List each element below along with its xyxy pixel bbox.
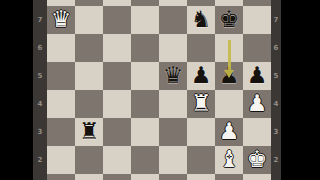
square-b4[interactable] — [75, 90, 103, 118]
piece-white-queen-a7[interactable]: ♛ — [47, 6, 75, 34]
piece-white-rook-f4[interactable]: ♜ — [187, 90, 215, 118]
square-d1[interactable] — [131, 174, 159, 180]
rank-label-right-5: 5 — [271, 73, 281, 80]
piece-black-king-g7[interactable]: ♚ — [215, 6, 243, 34]
left-rank-label-strip: 765432 — [33, 0, 47, 180]
square-f7[interactable]: ♞ — [187, 6, 215, 34]
rank-label-right-7: 7 — [271, 17, 281, 24]
square-d3[interactable] — [131, 118, 159, 146]
square-b6[interactable] — [75, 34, 103, 62]
square-d4[interactable] — [131, 90, 159, 118]
square-g1[interactable] — [215, 174, 243, 180]
square-h5[interactable]: ♟ — [243, 62, 271, 90]
square-e2[interactable] — [159, 146, 187, 174]
square-h2[interactable]: ♚ — [243, 146, 271, 174]
square-c5[interactable] — [103, 62, 131, 90]
square-g6[interactable] — [215, 34, 243, 62]
square-d7[interactable] — [131, 6, 159, 34]
piece-white-bishop-g2[interactable]: ♝ — [215, 146, 243, 174]
square-f6[interactable] — [187, 34, 215, 62]
square-a1[interactable] — [47, 174, 75, 180]
chess-app-frame: 765432 765432 ♛♞♚♛♟♟♟♜♟♜♟♝♚ — [0, 0, 320, 180]
square-e6[interactable] — [159, 34, 187, 62]
piece-black-rook-b3[interactable]: ♜ — [75, 118, 103, 146]
square-h1[interactable] — [243, 174, 271, 180]
square-a3[interactable] — [47, 118, 75, 146]
square-d2[interactable] — [131, 146, 159, 174]
square-h6[interactable] — [243, 34, 271, 62]
square-e3[interactable] — [159, 118, 187, 146]
piece-black-queen-e5[interactable]: ♛ — [159, 62, 187, 90]
square-c7[interactable] — [103, 6, 131, 34]
square-g4[interactable] — [215, 90, 243, 118]
square-f3[interactable] — [187, 118, 215, 146]
rank-label-right-3: 3 — [271, 129, 281, 136]
square-b5[interactable] — [75, 62, 103, 90]
square-c2[interactable] — [103, 146, 131, 174]
square-f4[interactable]: ♜ — [187, 90, 215, 118]
rank-label-right-6: 6 — [271, 45, 281, 52]
square-e1[interactable] — [159, 174, 187, 180]
square-c6[interactable] — [103, 34, 131, 62]
square-g5[interactable]: ♟ — [215, 62, 243, 90]
square-a6[interactable] — [47, 34, 75, 62]
piece-black-pawn-f5[interactable]: ♟ — [187, 62, 215, 90]
square-a2[interactable] — [47, 146, 75, 174]
square-b1[interactable] — [75, 174, 103, 180]
square-a5[interactable] — [47, 62, 75, 90]
square-b2[interactable] — [75, 146, 103, 174]
square-c1[interactable] — [103, 174, 131, 180]
square-h3[interactable] — [243, 118, 271, 146]
square-f1[interactable] — [187, 174, 215, 180]
square-c3[interactable] — [103, 118, 131, 146]
square-a7[interactable]: ♛ — [47, 6, 75, 34]
square-c4[interactable] — [103, 90, 131, 118]
square-g2[interactable]: ♝ — [215, 146, 243, 174]
chess-board[interactable]: ♛♞♚♛♟♟♟♜♟♜♟♝♚ — [47, 0, 271, 180]
rank-label-left-3: 3 — [33, 129, 47, 136]
rank-label-left-6: 6 — [33, 45, 47, 52]
piece-black-pawn-g5[interactable]: ♟ — [215, 62, 243, 90]
right-rank-label-strip: 765432 — [271, 0, 281, 180]
square-a4[interactable] — [47, 90, 75, 118]
piece-white-king-h2[interactable]: ♚ — [243, 146, 271, 174]
square-b7[interactable] — [75, 6, 103, 34]
square-e4[interactable] — [159, 90, 187, 118]
rank-label-left-4: 4 — [33, 101, 47, 108]
rank-label-left-2: 2 — [33, 157, 47, 164]
square-e5[interactable]: ♛ — [159, 62, 187, 90]
square-g3[interactable]: ♟ — [215, 118, 243, 146]
piece-black-pawn-h5[interactable]: ♟ — [243, 62, 271, 90]
piece-white-pawn-h4[interactable]: ♟ — [243, 90, 271, 118]
square-f5[interactable]: ♟ — [187, 62, 215, 90]
rank-label-right-2: 2 — [271, 157, 281, 164]
square-b3[interactable]: ♜ — [75, 118, 103, 146]
square-g7[interactable]: ♚ — [215, 6, 243, 34]
piece-white-pawn-g3[interactable]: ♟ — [215, 118, 243, 146]
square-d5[interactable] — [131, 62, 159, 90]
square-h4[interactable]: ♟ — [243, 90, 271, 118]
square-e7[interactable] — [159, 6, 187, 34]
square-d6[interactable] — [131, 34, 159, 62]
rank-label-left-5: 5 — [33, 73, 47, 80]
piece-black-knight-f7[interactable]: ♞ — [187, 6, 215, 34]
square-h7[interactable] — [243, 6, 271, 34]
square-f2[interactable] — [187, 146, 215, 174]
rank-label-right-4: 4 — [271, 101, 281, 108]
rank-label-left-7: 7 — [33, 17, 47, 24]
